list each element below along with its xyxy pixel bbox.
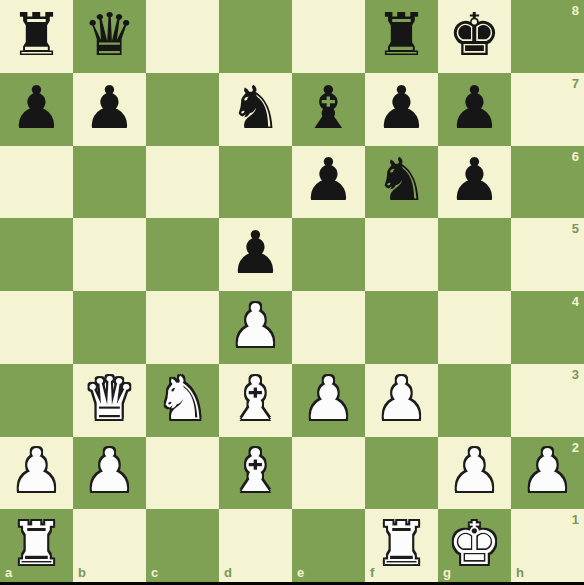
- square-h1[interactable]: 1h: [511, 509, 584, 582]
- piece-white-pawn[interactable]: ♟: [229, 296, 282, 355]
- square-b1[interactable]: b: [73, 509, 146, 582]
- square-g7[interactable]: ♟: [438, 73, 511, 146]
- piece-black-knight[interactable]: ♞: [229, 78, 282, 137]
- square-d3[interactable]: ♝: [219, 364, 292, 437]
- file-label-c: c: [151, 565, 158, 580]
- piece-white-king[interactable]: ♚: [448, 514, 501, 573]
- piece-white-queen[interactable]: ♛: [83, 369, 136, 428]
- square-c4[interactable]: [146, 291, 219, 364]
- square-d1[interactable]: d: [219, 509, 292, 582]
- file-label-d: d: [224, 565, 232, 580]
- file-label-e: e: [297, 565, 304, 580]
- square-b7[interactable]: ♟: [73, 73, 146, 146]
- rank-label-3: 3: [572, 367, 579, 382]
- square-h2[interactable]: ♟2: [511, 437, 584, 510]
- rank-label-4: 4: [572, 294, 579, 309]
- piece-black-rook[interactable]: ♜: [375, 5, 428, 64]
- square-e4[interactable]: [292, 291, 365, 364]
- piece-white-pawn[interactable]: ♟: [302, 369, 355, 428]
- piece-black-pawn[interactable]: ♟: [10, 78, 63, 137]
- piece-white-rook[interactable]: ♜: [10, 514, 63, 573]
- square-f1[interactable]: ♜f: [365, 509, 438, 582]
- square-d4[interactable]: ♟: [219, 291, 292, 364]
- square-a8[interactable]: ♜: [0, 0, 73, 73]
- rank-label-6: 6: [572, 149, 579, 164]
- square-b2[interactable]: ♟: [73, 437, 146, 510]
- square-c2[interactable]: [146, 437, 219, 510]
- square-b6[interactable]: [73, 146, 146, 219]
- square-h5[interactable]: 5: [511, 218, 584, 291]
- square-d5[interactable]: ♟: [219, 218, 292, 291]
- rank-label-8: 8: [572, 3, 579, 18]
- square-c7[interactable]: [146, 73, 219, 146]
- square-g5[interactable]: [438, 218, 511, 291]
- piece-black-pawn[interactable]: ♟: [375, 78, 428, 137]
- piece-black-pawn[interactable]: ♟: [229, 223, 282, 282]
- file-label-h: h: [516, 565, 524, 580]
- square-e8[interactable]: [292, 0, 365, 73]
- square-h3[interactable]: 3: [511, 364, 584, 437]
- piece-black-king[interactable]: ♚: [448, 5, 501, 64]
- square-c3[interactable]: ♞: [146, 364, 219, 437]
- square-h4[interactable]: 4: [511, 291, 584, 364]
- rank-label-5: 5: [572, 221, 579, 236]
- piece-white-bishop[interactable]: ♝: [229, 441, 282, 500]
- file-label-f: f: [370, 565, 374, 580]
- piece-white-pawn[interactable]: ♟: [448, 441, 501, 500]
- square-g8[interactable]: ♚: [438, 0, 511, 73]
- square-a4[interactable]: [0, 291, 73, 364]
- piece-black-pawn[interactable]: ♟: [83, 78, 136, 137]
- file-label-b: b: [78, 565, 86, 580]
- square-f5[interactable]: [365, 218, 438, 291]
- square-e7[interactable]: ♝: [292, 73, 365, 146]
- piece-white-rook[interactable]: ♜: [375, 514, 428, 573]
- piece-white-pawn[interactable]: ♟: [83, 441, 136, 500]
- square-g3[interactable]: [438, 364, 511, 437]
- square-f3[interactable]: ♟: [365, 364, 438, 437]
- square-e2[interactable]: [292, 437, 365, 510]
- square-a6[interactable]: [0, 146, 73, 219]
- square-h6[interactable]: 6: [511, 146, 584, 219]
- chess-board: ♜♛♜♚8♟♟♞♝♟♟7♟♞♟6♟5♟4♛♞♝♟♟3♟♟♝♟♟2♜abcde♜f…: [0, 0, 584, 585]
- piece-black-bishop[interactable]: ♝: [302, 78, 355, 137]
- square-d7[interactable]: ♞: [219, 73, 292, 146]
- square-b4[interactable]: [73, 291, 146, 364]
- square-c6[interactable]: [146, 146, 219, 219]
- square-f2[interactable]: [365, 437, 438, 510]
- square-d6[interactable]: [219, 146, 292, 219]
- piece-black-queen[interactable]: ♛: [83, 5, 136, 64]
- square-f8[interactable]: ♜: [365, 0, 438, 73]
- square-e1[interactable]: e: [292, 509, 365, 582]
- piece-black-pawn[interactable]: ♟: [448, 78, 501, 137]
- square-f7[interactable]: ♟: [365, 73, 438, 146]
- square-b5[interactable]: [73, 218, 146, 291]
- piece-black-pawn[interactable]: ♟: [448, 150, 501, 209]
- piece-white-bishop[interactable]: ♝: [229, 369, 282, 428]
- square-f6[interactable]: ♞: [365, 146, 438, 219]
- file-label-g: g: [443, 565, 451, 580]
- square-d2[interactable]: ♝: [219, 437, 292, 510]
- square-a5[interactable]: [0, 218, 73, 291]
- square-a7[interactable]: ♟: [0, 73, 73, 146]
- square-f4[interactable]: [365, 291, 438, 364]
- piece-black-knight[interactable]: ♞: [375, 150, 428, 209]
- piece-black-rook[interactable]: ♜: [10, 5, 63, 64]
- piece-white-pawn[interactable]: ♟: [10, 441, 63, 500]
- square-e3[interactable]: ♟: [292, 364, 365, 437]
- piece-white-pawn[interactable]: ♟: [375, 369, 428, 428]
- square-g6[interactable]: ♟: [438, 146, 511, 219]
- square-a1[interactable]: ♜a: [0, 509, 73, 582]
- square-b8[interactable]: ♛: [73, 0, 146, 73]
- square-h8[interactable]: 8: [511, 0, 584, 73]
- square-g1[interactable]: ♚g: [438, 509, 511, 582]
- rank-label-1: 1: [572, 512, 579, 527]
- square-d8[interactable]: [219, 0, 292, 73]
- piece-white-knight[interactable]: ♞: [156, 369, 209, 428]
- square-g2[interactable]: ♟: [438, 437, 511, 510]
- square-a3[interactable]: [0, 364, 73, 437]
- square-a2[interactable]: ♟: [0, 437, 73, 510]
- file-label-a: a: [5, 565, 12, 580]
- square-c5[interactable]: [146, 218, 219, 291]
- square-h7[interactable]: 7: [511, 73, 584, 146]
- rank-label-2: 2: [572, 440, 579, 455]
- piece-black-pawn[interactable]: ♟: [302, 150, 355, 209]
- rank-label-7: 7: [572, 76, 579, 91]
- piece-white-pawn[interactable]: ♟: [521, 441, 574, 500]
- square-e5[interactable]: [292, 218, 365, 291]
- square-g4[interactable]: [438, 291, 511, 364]
- square-c1[interactable]: c: [146, 509, 219, 582]
- square-b3[interactable]: ♛: [73, 364, 146, 437]
- square-e6[interactable]: ♟: [292, 146, 365, 219]
- square-c8[interactable]: [146, 0, 219, 73]
